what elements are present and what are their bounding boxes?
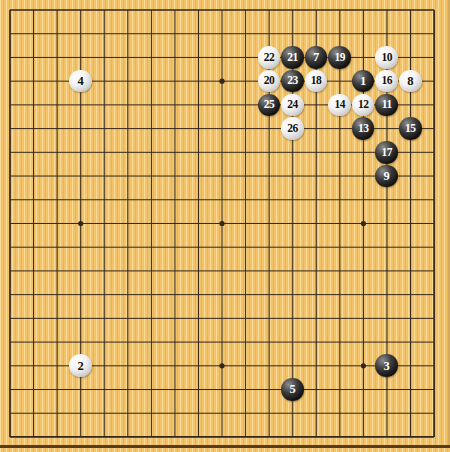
go-board[interactable]: 1234578910111213141516171819202122232425… — [0, 0, 446, 449]
stone-white-4: 4 — [69, 70, 92, 93]
stone-white-24: 24 — [281, 94, 304, 117]
stone-black-17: 17 — [375, 141, 398, 164]
go-kifu-diagram: 1234578910111213141516171819202122232425… — [0, 0, 450, 452]
stone-white-2: 2 — [69, 354, 92, 377]
stone-black-25: 25 — [258, 94, 281, 117]
stone-white-20: 20 — [258, 70, 281, 93]
stone-white-12: 12 — [352, 94, 375, 117]
stone-white-26: 26 — [281, 117, 304, 140]
stone-white-18: 18 — [305, 70, 328, 93]
stone-white-8: 8 — [399, 70, 422, 93]
stone-black-19: 19 — [328, 46, 351, 69]
stone-white-22: 22 — [258, 46, 281, 69]
stone-black-7: 7 — [305, 46, 328, 69]
stone-black-5: 5 — [281, 378, 304, 401]
stone-black-1: 1 — [352, 70, 375, 93]
stone-black-11: 11 — [375, 94, 398, 117]
stone-black-13: 13 — [352, 117, 375, 140]
stone-black-21: 21 — [281, 46, 304, 69]
stone-white-10: 10 — [375, 46, 398, 69]
board-edge-shadow — [0, 445, 450, 448]
stone-black-9: 9 — [375, 165, 398, 188]
stone-white-14: 14 — [328, 94, 351, 117]
stone-black-3: 3 — [375, 354, 398, 377]
stone-black-15: 15 — [399, 117, 422, 140]
stone-white-16: 16 — [375, 70, 398, 93]
stone-black-23: 23 — [281, 70, 304, 93]
